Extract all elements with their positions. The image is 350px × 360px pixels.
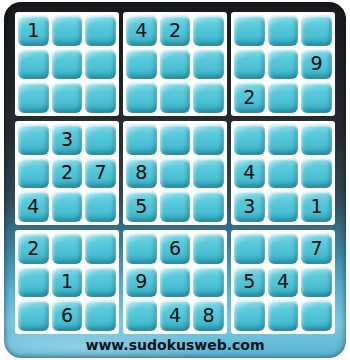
cell-r6c1[interactable]: 4 bbox=[18, 191, 49, 222]
board-frame: 142923274854312166948754 www.sudokusweb.… bbox=[4, 2, 346, 358]
cell-r5c7[interactable]: 4 bbox=[234, 158, 265, 189]
site-footer: www.sudokusweb.com bbox=[4, 334, 346, 355]
cell-r8c3[interactable] bbox=[85, 267, 116, 298]
box-8: 6948 bbox=[123, 230, 227, 334]
cell-r6c6[interactable] bbox=[193, 191, 224, 222]
cell-r3c9[interactable] bbox=[301, 82, 332, 113]
cell-r1c5[interactable]: 2 bbox=[160, 15, 191, 46]
cell-r3c1[interactable] bbox=[18, 82, 49, 113]
cell-r9c7[interactable] bbox=[234, 300, 265, 331]
cell-r6c7[interactable]: 3 bbox=[234, 191, 265, 222]
box-7: 216 bbox=[15, 230, 119, 334]
cell-r4c2[interactable]: 3 bbox=[52, 124, 83, 155]
cell-r3c5[interactable] bbox=[160, 82, 191, 113]
cell-r9c1[interactable] bbox=[18, 300, 49, 331]
cell-r7c1[interactable]: 2 bbox=[18, 233, 49, 264]
cell-r3c7[interactable]: 2 bbox=[234, 82, 265, 113]
cell-r9c4[interactable] bbox=[126, 300, 157, 331]
box-6: 431 bbox=[231, 121, 335, 225]
cell-r6c9[interactable]: 1 bbox=[301, 191, 332, 222]
cell-r5c5[interactable] bbox=[160, 158, 191, 189]
cell-r8c8[interactable]: 4 bbox=[268, 267, 299, 298]
cell-r9c5[interactable]: 4 bbox=[160, 300, 191, 331]
cell-r1c6[interactable] bbox=[193, 15, 224, 46]
cell-r5c6[interactable] bbox=[193, 158, 224, 189]
cell-r1c1[interactable]: 1 bbox=[18, 15, 49, 46]
cell-r6c3[interactable] bbox=[85, 191, 116, 222]
cell-r6c2[interactable] bbox=[52, 191, 83, 222]
cell-r1c2[interactable] bbox=[52, 15, 83, 46]
cell-r5c1[interactable] bbox=[18, 158, 49, 189]
cell-r3c2[interactable] bbox=[52, 82, 83, 113]
cell-r3c3[interactable] bbox=[85, 82, 116, 113]
cell-r2c2[interactable] bbox=[52, 49, 83, 80]
cell-r7c7[interactable] bbox=[234, 233, 265, 264]
cell-r2c9[interactable]: 9 bbox=[301, 49, 332, 80]
cell-r4c3[interactable] bbox=[85, 124, 116, 155]
sudoku-board: 142923274854312166948754 bbox=[15, 12, 335, 334]
site-url-label: www.sudokusweb.com bbox=[85, 337, 264, 353]
cell-r8c6[interactable] bbox=[193, 267, 224, 298]
cell-r2c7[interactable] bbox=[234, 49, 265, 80]
box-4: 3274 bbox=[15, 121, 119, 225]
cell-r3c4[interactable] bbox=[126, 82, 157, 113]
cell-r4c7[interactable] bbox=[234, 124, 265, 155]
cell-r9c2[interactable]: 6 bbox=[52, 300, 83, 331]
cell-r8c7[interactable]: 5 bbox=[234, 267, 265, 298]
box-5: 85 bbox=[123, 121, 227, 225]
cell-r1c4[interactable]: 4 bbox=[126, 15, 157, 46]
cell-r2c6[interactable] bbox=[193, 49, 224, 80]
cell-r7c5[interactable]: 6 bbox=[160, 233, 191, 264]
cell-r1c3[interactable] bbox=[85, 15, 116, 46]
cell-r6c8[interactable] bbox=[268, 191, 299, 222]
cell-r2c5[interactable] bbox=[160, 49, 191, 80]
cell-r4c4[interactable] bbox=[126, 124, 157, 155]
cell-r9c6[interactable]: 8 bbox=[193, 300, 224, 331]
box-3: 92 bbox=[231, 12, 335, 116]
cell-r5c4[interactable]: 8 bbox=[126, 158, 157, 189]
cell-r2c4[interactable] bbox=[126, 49, 157, 80]
cell-r4c6[interactable] bbox=[193, 124, 224, 155]
cell-r5c9[interactable] bbox=[301, 158, 332, 189]
cell-r6c4[interactable]: 5 bbox=[126, 191, 157, 222]
cell-r8c9[interactable] bbox=[301, 267, 332, 298]
cell-r6c5[interactable] bbox=[160, 191, 191, 222]
cell-r7c9[interactable]: 7 bbox=[301, 233, 332, 264]
cell-r5c8[interactable] bbox=[268, 158, 299, 189]
cell-r7c2[interactable] bbox=[52, 233, 83, 264]
cell-r2c1[interactable] bbox=[18, 49, 49, 80]
cell-r5c3[interactable]: 7 bbox=[85, 158, 116, 189]
cell-r4c9[interactable] bbox=[301, 124, 332, 155]
cell-r7c3[interactable] bbox=[85, 233, 116, 264]
cell-r4c5[interactable] bbox=[160, 124, 191, 155]
cell-r9c8[interactable] bbox=[268, 300, 299, 331]
cell-r8c1[interactable] bbox=[18, 267, 49, 298]
cell-r1c9[interactable] bbox=[301, 15, 332, 46]
box-9: 754 bbox=[231, 230, 335, 334]
cell-r4c1[interactable] bbox=[18, 124, 49, 155]
cell-r2c3[interactable] bbox=[85, 49, 116, 80]
sudoku-page: 142923274854312166948754 www.sudokusweb.… bbox=[0, 0, 350, 360]
cell-r9c3[interactable] bbox=[85, 300, 116, 331]
cell-r8c4[interactable]: 9 bbox=[126, 267, 157, 298]
cell-r1c7[interactable] bbox=[234, 15, 265, 46]
cell-r4c8[interactable] bbox=[268, 124, 299, 155]
cell-r1c8[interactable] bbox=[268, 15, 299, 46]
cell-r2c8[interactable] bbox=[268, 49, 299, 80]
cell-r3c6[interactable] bbox=[193, 82, 224, 113]
cell-r8c5[interactable] bbox=[160, 267, 191, 298]
cell-r5c2[interactable]: 2 bbox=[52, 158, 83, 189]
cell-r8c2[interactable]: 1 bbox=[52, 267, 83, 298]
cell-r7c6[interactable] bbox=[193, 233, 224, 264]
cell-r7c8[interactable] bbox=[268, 233, 299, 264]
cell-r7c4[interactable] bbox=[126, 233, 157, 264]
box-1: 1 bbox=[15, 12, 119, 116]
cell-r9c9[interactable] bbox=[301, 300, 332, 331]
cell-r3c8[interactable] bbox=[268, 82, 299, 113]
box-2: 42 bbox=[123, 12, 227, 116]
